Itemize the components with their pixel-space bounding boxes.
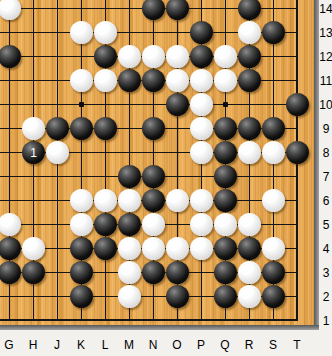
stone-white-S8[interactable] xyxy=(262,141,285,164)
stone-white-R8[interactable] xyxy=(238,141,261,164)
stone-white-P5[interactable] xyxy=(190,213,213,236)
row-label-12: 12 xyxy=(317,50,332,66)
stone-black-T8[interactable] xyxy=(286,141,309,164)
stone-black-L4[interactable] xyxy=(94,237,117,260)
stone-black-S9[interactable] xyxy=(262,117,285,140)
row-label-10: 10 xyxy=(317,98,332,114)
stone-white-N4[interactable] xyxy=(142,237,165,260)
stone-black-Q6[interactable] xyxy=(214,189,237,212)
column-label-K: K xyxy=(73,338,89,354)
stone-white-K6[interactable] xyxy=(70,189,93,212)
stone-white-R2[interactable] xyxy=(238,285,261,308)
stone-white-N12[interactable] xyxy=(142,45,165,68)
column-coordinate-labels: GHJKLMNOPQRST xyxy=(0,330,332,356)
stone-black-R14[interactable] xyxy=(238,0,261,20)
stone-white-O4[interactable] xyxy=(166,237,189,260)
stone-black-T10[interactable] xyxy=(286,93,309,116)
stone-white-P11[interactable] xyxy=(190,69,213,92)
stone-black-L12[interactable] xyxy=(94,45,117,68)
stone-white-R13[interactable] xyxy=(238,21,261,44)
stone-white-J8[interactable] xyxy=(46,141,69,164)
stone-white-O6[interactable] xyxy=(166,189,189,212)
stone-white-P4[interactable] xyxy=(190,237,213,260)
move-number-label: 1 xyxy=(22,141,45,164)
stone-white-R3[interactable] xyxy=(238,261,261,284)
stone-white-S4[interactable] xyxy=(262,237,285,260)
column-label-Q: Q xyxy=(217,338,233,354)
stone-white-N5[interactable] xyxy=(142,213,165,236)
stone-black-S13[interactable] xyxy=(262,21,285,44)
stone-black-P13[interactable] xyxy=(190,21,213,44)
column-label-J: J xyxy=(49,338,65,354)
stone-black-G4[interactable] xyxy=(0,237,21,260)
stone-white-Q5[interactable] xyxy=(214,213,237,236)
stone-black-L5[interactable] xyxy=(94,213,117,236)
row-label-9: 9 xyxy=(317,122,332,138)
column-label-H: H xyxy=(25,338,41,354)
stone-black-Q9[interactable] xyxy=(214,117,237,140)
stone-white-M6[interactable] xyxy=(118,189,141,212)
row-label-8: 8 xyxy=(317,146,332,162)
column-label-T: T xyxy=(289,338,305,354)
stone-white-P6[interactable] xyxy=(190,189,213,212)
stone-white-G14[interactable] xyxy=(0,0,21,20)
stone-black-S2[interactable] xyxy=(262,285,285,308)
column-label-L: L xyxy=(97,338,113,354)
row-label-5: 5 xyxy=(317,218,332,234)
row-label-3: 3 xyxy=(317,266,332,282)
stone-black-G3[interactable] xyxy=(0,261,21,284)
row-label-1: 1 xyxy=(317,314,332,330)
stone-white-K11[interactable] xyxy=(70,69,93,92)
row-label-13: 13 xyxy=(317,26,332,42)
column-label-R: R xyxy=(241,338,257,354)
stone-black-N6[interactable] xyxy=(142,189,165,212)
stone-black-M11[interactable] xyxy=(118,69,141,92)
row-label-4: 4 xyxy=(317,242,332,258)
stone-black-K4[interactable] xyxy=(70,237,93,260)
stone-white-O11[interactable] xyxy=(166,69,189,92)
row-label-11: 11 xyxy=(317,74,332,90)
stone-black-Q7[interactable] xyxy=(214,165,237,188)
stone-black-R4[interactable] xyxy=(238,237,261,260)
stone-black-R12[interactable] xyxy=(238,45,261,68)
go-client-screenshot: 1 1413121110987654321 GHJKLMNOPQRST xyxy=(0,0,332,356)
column-label-S: S xyxy=(265,338,281,354)
stone-white-M12[interactable] xyxy=(118,45,141,68)
stone-white-H4[interactable] xyxy=(22,237,45,260)
stone-black-J9[interactable] xyxy=(46,117,69,140)
star-point-K10 xyxy=(79,102,84,107)
row-coordinate-labels: 1413121110987654321 xyxy=(319,0,332,356)
stone-white-L11[interactable] xyxy=(94,69,117,92)
stone-white-K13[interactable] xyxy=(70,21,93,44)
stone-black-K9[interactable] xyxy=(70,117,93,140)
stone-black-N9[interactable] xyxy=(142,117,165,140)
stone-black-R9[interactable] xyxy=(238,117,261,140)
row-label-7: 7 xyxy=(317,170,332,186)
stone-white-S6[interactable] xyxy=(262,189,285,212)
row-label-6: 6 xyxy=(317,194,332,210)
stone-black-N3[interactable] xyxy=(142,261,165,284)
stone-white-P8[interactable] xyxy=(190,141,213,164)
stone-black-Q2[interactable] xyxy=(214,285,237,308)
stone-black-K2[interactable] xyxy=(70,285,93,308)
stone-black-O14[interactable] xyxy=(166,0,189,20)
stone-black-H8[interactable]: 1 xyxy=(22,141,45,164)
stone-white-Q12[interactable] xyxy=(214,45,237,68)
stone-black-Q4[interactable] xyxy=(214,237,237,260)
grid-hline-1 xyxy=(0,319,298,321)
stone-white-R5[interactable] xyxy=(238,213,261,236)
stone-black-M7[interactable] xyxy=(118,165,141,188)
stone-black-S3[interactable] xyxy=(262,261,285,284)
column-label-O: O xyxy=(169,338,185,354)
column-label-G: G xyxy=(1,338,17,354)
stone-black-H3[interactable] xyxy=(22,261,45,284)
stone-white-P9[interactable] xyxy=(190,117,213,140)
column-label-M: M xyxy=(121,338,137,354)
star-point-Q10 xyxy=(223,102,228,107)
stone-black-N11[interactable] xyxy=(142,69,165,92)
stone-white-H9[interactable] xyxy=(22,117,45,140)
stone-white-M2[interactable] xyxy=(118,285,141,308)
stone-white-M4[interactable] xyxy=(118,237,141,260)
stone-black-M5[interactable] xyxy=(118,213,141,236)
stone-black-Q3[interactable] xyxy=(214,261,237,284)
stone-black-O3[interactable] xyxy=(166,261,189,284)
column-label-N: N xyxy=(145,338,161,354)
stone-black-Q8[interactable] xyxy=(214,141,237,164)
column-label-P: P xyxy=(193,338,209,354)
row-label-2: 2 xyxy=(317,290,332,306)
stone-black-O10[interactable] xyxy=(166,93,189,116)
stone-black-G12[interactable] xyxy=(0,45,21,68)
stone-black-R11[interactable] xyxy=(238,69,261,92)
stone-white-L13[interactable] xyxy=(94,21,117,44)
stone-black-L9[interactable] xyxy=(94,117,117,140)
stone-white-M3[interactable] xyxy=(118,261,141,284)
stone-white-O12[interactable] xyxy=(166,45,189,68)
stone-white-L6[interactable] xyxy=(94,189,117,212)
stone-black-K3[interactable] xyxy=(70,261,93,284)
go-board[interactable]: 1 xyxy=(0,0,314,325)
stone-white-K5[interactable] xyxy=(70,213,93,236)
stone-black-O2[interactable] xyxy=(166,285,189,308)
stone-black-P12[interactable] xyxy=(190,45,213,68)
stone-black-N14[interactable] xyxy=(142,0,165,20)
stone-white-G5[interactable] xyxy=(0,213,21,236)
stone-black-N7[interactable] xyxy=(142,165,165,188)
grid-hline-10 xyxy=(0,104,298,105)
row-label-14: 14 xyxy=(317,2,332,18)
stone-white-P10[interactable] xyxy=(190,93,213,116)
stone-white-Q11[interactable] xyxy=(214,69,237,92)
